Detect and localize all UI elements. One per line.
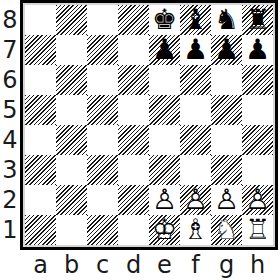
square-h4[interactable]: [242, 125, 273, 155]
black-pawn-glyph: ♟: [183, 36, 208, 64]
black-king-glyph: ♚: [152, 6, 177, 34]
square-h8[interactable]: ♜: [242, 5, 273, 35]
black-bishop[interactable]: ♝: [180, 5, 211, 35]
square-e2[interactable]: ♟♙: [149, 185, 180, 215]
file-labels: abcdefgh: [20, 250, 278, 280]
square-c1[interactable]: [87, 215, 118, 245]
square-f7[interactable]: ♟: [180, 35, 211, 65]
white-king[interactable]: ♚♔: [149, 215, 180, 245]
square-a1[interactable]: [25, 215, 56, 245]
square-d5[interactable]: [118, 95, 149, 125]
black-king[interactable]: ♚: [149, 5, 180, 35]
square-a3[interactable]: [25, 155, 56, 185]
file-label-b: b: [56, 250, 87, 280]
square-a8[interactable]: [25, 5, 56, 35]
chess-diagram: 87654321 ♚♝♞♜♟♟♟♟♟♙♟♙♟♙♟♙♚♔♝♗♞♘♜♖ abcdef…: [0, 0, 280, 280]
rank-label-1: 1: [0, 215, 20, 245]
white-king-glyph: ♔: [152, 216, 177, 244]
black-pawn[interactable]: ♟: [242, 35, 273, 65]
white-pawn-glyph: ♙: [214, 186, 239, 214]
black-pawn[interactable]: ♟: [211, 35, 242, 65]
square-d3[interactable]: [118, 155, 149, 185]
square-c6[interactable]: [87, 65, 118, 95]
white-bishop[interactable]: ♝♗: [180, 215, 211, 245]
rank-label-5: 5: [0, 95, 20, 125]
file-label-f: f: [180, 250, 211, 280]
square-g5[interactable]: [211, 95, 242, 125]
black-knight[interactable]: ♞: [211, 5, 242, 35]
rank-label-8: 8: [0, 5, 20, 35]
square-f6[interactable]: [180, 65, 211, 95]
square-d4[interactable]: [118, 125, 149, 155]
white-rook-glyph: ♖: [245, 216, 270, 244]
square-e5[interactable]: [149, 95, 180, 125]
black-pawn-glyph: ♟: [245, 36, 270, 64]
square-b3[interactable]: [56, 155, 87, 185]
square-e3[interactable]: [149, 155, 180, 185]
file-label-c: c: [87, 250, 118, 280]
white-pawn-glyph: ♙: [245, 186, 270, 214]
square-c2[interactable]: [87, 185, 118, 215]
square-b8[interactable]: [56, 5, 87, 35]
square-d8[interactable]: [118, 5, 149, 35]
rank-label-2: 2: [0, 185, 20, 215]
file-label-h: h: [242, 250, 273, 280]
square-e8[interactable]: ♚: [149, 5, 180, 35]
rank-label-3: 3: [0, 155, 20, 185]
file-label-g: g: [211, 250, 242, 280]
black-bishop-glyph: ♝: [183, 6, 208, 34]
white-pawn[interactable]: ♟♙: [211, 185, 242, 215]
square-f8[interactable]: ♝: [180, 5, 211, 35]
square-a4[interactable]: [25, 125, 56, 155]
square-a6[interactable]: [25, 65, 56, 95]
black-pawn[interactable]: ♟: [149, 35, 180, 65]
file-label-d: d: [118, 250, 149, 280]
square-h6[interactable]: [242, 65, 273, 95]
square-c8[interactable]: [87, 5, 118, 35]
square-g1[interactable]: ♞♘: [211, 215, 242, 245]
square-h1[interactable]: ♜♖: [242, 215, 273, 245]
square-b5[interactable]: [56, 95, 87, 125]
black-rook[interactable]: ♜: [242, 5, 273, 35]
square-f3[interactable]: [180, 155, 211, 185]
square-c5[interactable]: [87, 95, 118, 125]
square-h7[interactable]: ♟: [242, 35, 273, 65]
black-rook-glyph: ♜: [245, 6, 270, 34]
square-g2[interactable]: ♟♙: [211, 185, 242, 215]
white-pawn[interactable]: ♟♙: [180, 185, 211, 215]
square-h2[interactable]: ♟♙: [242, 185, 273, 215]
square-d2[interactable]: [118, 185, 149, 215]
rank-label-7: 7: [0, 35, 20, 65]
chess-board-frame: ♚♝♞♜♟♟♟♟♟♙♟♙♟♙♟♙♚♔♝♗♞♘♜♖: [20, 0, 278, 250]
rank-label-6: 6: [0, 65, 20, 95]
square-g6[interactable]: [211, 65, 242, 95]
square-b1[interactable]: [56, 215, 87, 245]
square-g3[interactable]: [211, 155, 242, 185]
square-a2[interactable]: [25, 185, 56, 215]
white-knight-glyph: ♘: [214, 216, 239, 244]
square-h3[interactable]: [242, 155, 273, 185]
white-pawn[interactable]: ♟♙: [242, 185, 273, 215]
file-label-e: e: [149, 250, 180, 280]
square-c4[interactable]: [87, 125, 118, 155]
black-pawn-glyph: ♟: [152, 36, 177, 64]
square-f1[interactable]: ♝♗: [180, 215, 211, 245]
black-knight-glyph: ♞: [214, 6, 239, 34]
square-b4[interactable]: [56, 125, 87, 155]
square-b6[interactable]: [56, 65, 87, 95]
white-pawn-glyph: ♙: [183, 186, 208, 214]
white-pawn-glyph: ♙: [152, 186, 177, 214]
white-pawn[interactable]: ♟♙: [149, 185, 180, 215]
square-g4[interactable]: [211, 125, 242, 155]
square-d1[interactable]: [118, 215, 149, 245]
square-c7[interactable]: [87, 35, 118, 65]
square-g7[interactable]: ♟: [211, 35, 242, 65]
square-g8[interactable]: ♞: [211, 5, 242, 35]
file-label-a: a: [25, 250, 56, 280]
square-f4[interactable]: [180, 125, 211, 155]
square-a7[interactable]: [25, 35, 56, 65]
square-h5[interactable]: [242, 95, 273, 125]
white-knight[interactable]: ♞♘: [211, 215, 242, 245]
square-b7[interactable]: [56, 35, 87, 65]
rank-label-4: 4: [0, 125, 20, 155]
rank-labels: 87654321: [0, 0, 20, 250]
black-pawn[interactable]: ♟: [180, 35, 211, 65]
square-e6[interactable]: [149, 65, 180, 95]
black-pawn-glyph: ♟: [214, 36, 239, 64]
square-c3[interactable]: [87, 155, 118, 185]
square-a5[interactable]: [25, 95, 56, 125]
square-d7[interactable]: [118, 35, 149, 65]
square-e4[interactable]: [149, 125, 180, 155]
square-f5[interactable]: [180, 95, 211, 125]
square-e7[interactable]: ♟: [149, 35, 180, 65]
square-f2[interactable]: ♟♙: [180, 185, 211, 215]
square-e1[interactable]: ♚♔: [149, 215, 180, 245]
chess-board: ♚♝♞♜♟♟♟♟♟♙♟♙♟♙♟♙♚♔♝♗♞♘♜♖: [25, 5, 273, 245]
square-b2[interactable]: [56, 185, 87, 215]
white-bishop-glyph: ♗: [183, 216, 208, 244]
square-d6[interactable]: [118, 65, 149, 95]
white-rook[interactable]: ♜♖: [242, 215, 273, 245]
